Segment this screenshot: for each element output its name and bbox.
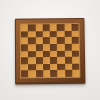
- square-f1[interactable]: [57, 70, 64, 77]
- chess-board: [15, 18, 86, 85]
- square-d1[interactable]: [43, 70, 50, 77]
- square-g1[interactable]: [65, 70, 72, 77]
- photo-background: [0, 0, 100, 100]
- board-grid: [21, 24, 79, 77]
- square-e1[interactable]: [50, 70, 57, 77]
- square-b1[interactable]: [28, 71, 35, 78]
- square-c1[interactable]: [36, 70, 43, 77]
- square-h1[interactable]: [72, 70, 79, 77]
- board-frame: [15, 18, 86, 85]
- square-a1[interactable]: [21, 71, 28, 78]
- board-inner-border: [20, 23, 81, 78]
